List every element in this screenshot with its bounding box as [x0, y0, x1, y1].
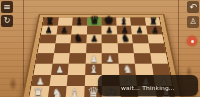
white-rook-a1[interactable]: ♜ — [29, 87, 47, 97]
square-d5[interactable] — [86, 44, 102, 54]
square-c3[interactable] — [68, 64, 86, 75]
square-h6[interactable] — [147, 34, 164, 43]
square-b2[interactable] — [49, 75, 68, 87]
square-c6[interactable]: ♞ — [71, 34, 87, 43]
square-f8[interactable]: ♝ — [116, 17, 131, 25]
square-g4[interactable] — [134, 53, 152, 63]
square-d3[interactable]: ♝ — [85, 64, 102, 75]
white-bishop-d3[interactable]: ♝ — [85, 64, 102, 75]
black-bishop-f8[interactable]: ♝ — [116, 16, 131, 26]
black-pawn-h7[interactable]: ♟ — [147, 26, 162, 34]
black-pawn-b7[interactable]: ♟ — [56, 26, 71, 34]
square-h5[interactable] — [148, 44, 165, 54]
rotate-icon: ↻ — [4, 17, 11, 25]
square-g5[interactable] — [133, 44, 150, 54]
square-c5[interactable] — [70, 44, 86, 54]
square-f6[interactable]: ♞ — [117, 34, 133, 43]
square-a8[interactable]: ♜ — [43, 17, 59, 25]
square-e4[interactable]: ♟ — [102, 53, 119, 63]
square-f5[interactable] — [117, 44, 134, 54]
square-a1[interactable]: ♜ — [29, 86, 49, 97]
square-h3[interactable] — [151, 64, 170, 75]
square-e8[interactable]: ♚ — [102, 17, 117, 25]
square-e5[interactable] — [102, 44, 118, 54]
square-b6[interactable] — [55, 34, 71, 43]
square-h4[interactable] — [150, 53, 168, 63]
undo-arrow-icon: ↶ — [189, 3, 197, 12]
white-bishop-c1[interactable]: ♝ — [66, 87, 84, 97]
square-b1[interactable]: ♞ — [47, 86, 66, 97]
square-d6[interactable]: ♟ — [86, 34, 102, 43]
square-a2[interactable]: ♟ — [31, 75, 50, 87]
white-pawn-e4[interactable]: ♟ — [102, 55, 119, 64]
undo-button[interactable]: ↶ — [187, 1, 199, 13]
pawn-icon: ♙ — [189, 18, 196, 26]
square-a5[interactable] — [38, 44, 55, 54]
white-pawn-b3[interactable]: ♟ — [51, 65, 68, 74]
square-g7[interactable]: ♟ — [131, 26, 147, 35]
square-e6[interactable] — [102, 34, 118, 43]
black-rook-a8[interactable]: ♜ — [43, 16, 58, 26]
black-king-e8[interactable]: ♚ — [102, 15, 117, 26]
square-b4[interactable] — [52, 53, 69, 63]
square-c4[interactable] — [69, 53, 86, 63]
square-d7[interactable] — [87, 26, 102, 35]
black-pawn-e7[interactable]: ♟ — [102, 26, 117, 34]
black-pawn-d6[interactable]: ♟ — [86, 35, 102, 43]
black-bishop-c8[interactable]: ♝ — [72, 16, 87, 26]
black-pawn-g7[interactable]: ♟ — [132, 26, 147, 34]
status-text: wait... Thinking... — [121, 84, 175, 91]
hamburger-icon: ≡ — [3, 3, 11, 12]
rotate-view-button[interactable]: ↻ — [1, 15, 13, 27]
square-c8[interactable]: ♝ — [72, 17, 87, 25]
white-pawn-a2[interactable]: ♟ — [31, 77, 49, 87]
black-knight-f6[interactable]: ♞ — [117, 33, 133, 43]
square-h8[interactable]: ♜ — [145, 17, 161, 25]
square-e7[interactable]: ♟ — [102, 26, 117, 35]
square-a7[interactable]: ♟ — [41, 26, 57, 35]
square-g8[interactable] — [130, 17, 146, 25]
menu-button[interactable]: ≡ — [1, 1, 13, 13]
black-queen-d8[interactable]: ♛ — [87, 15, 102, 26]
hint-button[interactable]: ♙ — [187, 16, 199, 28]
black-rook-h8[interactable]: ♜ — [146, 16, 161, 26]
square-b8[interactable] — [57, 17, 72, 25]
white-knight-f3[interactable]: ♞ — [119, 64, 136, 75]
screen-record-button[interactable] — [187, 36, 197, 46]
square-h7[interactable]: ♟ — [146, 26, 162, 35]
square-f3[interactable]: ♞ — [118, 64, 136, 75]
square-a6[interactable] — [39, 34, 56, 43]
square-b5[interactable] — [54, 44, 71, 54]
square-c2[interactable] — [67, 75, 85, 87]
status-pill: wait... Thinking... — [98, 75, 198, 96]
square-a4[interactable] — [36, 53, 54, 63]
white-knight-b1[interactable]: ♞ — [47, 87, 65, 97]
black-knight-c6[interactable]: ♞ — [71, 33, 87, 43]
square-c1[interactable]: ♝ — [66, 86, 85, 97]
square-e3[interactable] — [102, 64, 119, 75]
square-g3[interactable] — [135, 64, 153, 75]
square-g6[interactable] — [132, 34, 148, 43]
square-d8[interactable]: ♛ — [87, 17, 102, 25]
square-b3[interactable]: ♟ — [51, 64, 69, 75]
black-pawn-a7[interactable]: ♟ — [41, 26, 56, 34]
square-a3[interactable] — [34, 64, 53, 75]
